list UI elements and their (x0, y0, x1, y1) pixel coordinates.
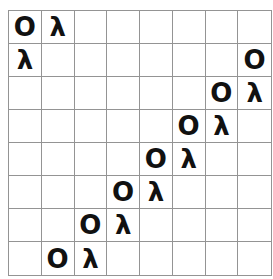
cell-r4c7[interactable]: λ (206, 110, 239, 143)
cell-r6c3[interactable] (75, 176, 108, 209)
cell-r7c3[interactable]: O (75, 209, 108, 242)
cell-r8c7[interactable] (206, 242, 239, 275)
o-glyph: O (47, 246, 69, 272)
cell-r8c3[interactable]: λ (75, 242, 108, 275)
cell-r3c5[interactable] (140, 77, 173, 110)
cell-r8c4[interactable] (107, 242, 140, 275)
cell-r1c5[interactable] (140, 11, 173, 44)
cell-r5c4[interactable] (107, 143, 140, 176)
puzzle-board: OλλOOλOλOλOλOλOλ (8, 10, 272, 276)
cell-r1c3[interactable] (75, 11, 108, 44)
cell-r3c2[interactable] (42, 77, 75, 110)
cell-r6c4[interactable]: O (107, 176, 140, 209)
cell-r5c6[interactable]: λ (173, 143, 206, 176)
cell-r1c8[interactable] (238, 11, 271, 44)
o-glyph: O (14, 14, 36, 40)
cell-r4c2[interactable] (42, 110, 75, 143)
cell-r7c4[interactable]: λ (107, 209, 140, 242)
cell-r1c7[interactable] (206, 11, 239, 44)
cell-r7c7[interactable] (206, 209, 239, 242)
cell-r6c2[interactable] (42, 176, 75, 209)
cell-r3c4[interactable] (107, 77, 140, 110)
cell-r8c2[interactable]: O (42, 242, 75, 275)
cell-r8c8[interactable] (238, 242, 271, 275)
o-glyph: O (210, 80, 232, 106)
lambda-glyph: λ (115, 212, 131, 238)
cell-r2c6[interactable] (173, 44, 206, 77)
cell-r6c1[interactable] (9, 176, 42, 209)
lambda-glyph: λ (148, 179, 164, 205)
cell-r8c1[interactable] (9, 242, 42, 275)
cell-r7c8[interactable] (238, 209, 271, 242)
cell-r4c6[interactable]: O (173, 110, 206, 143)
cell-r3c8[interactable]: λ (238, 77, 271, 110)
lambda-glyph: λ (82, 246, 98, 272)
lambda-glyph: λ (180, 146, 196, 172)
cell-r2c1[interactable]: λ (9, 44, 42, 77)
cell-r2c7[interactable] (206, 44, 239, 77)
cell-r5c2[interactable] (42, 143, 75, 176)
cell-r4c1[interactable] (9, 110, 42, 143)
cell-r5c8[interactable] (238, 143, 271, 176)
cell-r2c8[interactable]: O (238, 44, 271, 77)
cell-r5c1[interactable] (9, 143, 42, 176)
cell-r3c1[interactable] (9, 77, 42, 110)
cell-r2c4[interactable] (107, 44, 140, 77)
o-glyph: O (145, 146, 167, 172)
lambda-glyph: λ (246, 80, 262, 106)
lambda-glyph: λ (17, 47, 33, 73)
cell-r3c6[interactable] (173, 77, 206, 110)
cell-r5c7[interactable] (206, 143, 239, 176)
cell-r5c5[interactable]: O (140, 143, 173, 176)
cell-r5c3[interactable] (75, 143, 108, 176)
cell-r1c2[interactable]: λ (42, 11, 75, 44)
cell-r2c5[interactable] (140, 44, 173, 77)
cell-r1c1[interactable]: O (9, 11, 42, 44)
cell-r7c2[interactable] (42, 209, 75, 242)
cell-r4c3[interactable] (75, 110, 108, 143)
cell-r4c5[interactable] (140, 110, 173, 143)
cell-r1c4[interactable] (107, 11, 140, 44)
cell-r2c3[interactable] (75, 44, 108, 77)
puzzle-page: OλλOOλOλOλOλOλOλ (0, 0, 273, 279)
cell-r7c6[interactable] (173, 209, 206, 242)
cell-r2c2[interactable] (42, 44, 75, 77)
cell-r8c6[interactable] (173, 242, 206, 275)
lambda-glyph: λ (49, 14, 65, 40)
cell-r3c3[interactable] (75, 77, 108, 110)
o-glyph: O (112, 179, 134, 205)
o-glyph: O (178, 113, 200, 139)
cell-r6c6[interactable] (173, 176, 206, 209)
cell-r6c8[interactable] (238, 176, 271, 209)
cell-r3c7[interactable]: O (206, 77, 239, 110)
cell-r8c5[interactable] (140, 242, 173, 275)
cell-r6c7[interactable] (206, 176, 239, 209)
cell-r4c4[interactable] (107, 110, 140, 143)
cell-r6c5[interactable]: λ (140, 176, 173, 209)
lambda-glyph: λ (213, 113, 229, 139)
cell-r1c6[interactable] (173, 11, 206, 44)
cell-r7c5[interactable] (140, 209, 173, 242)
cell-r4c8[interactable] (238, 110, 271, 143)
o-glyph: O (79, 212, 101, 238)
cell-r7c1[interactable] (9, 209, 42, 242)
o-glyph: O (244, 47, 266, 73)
